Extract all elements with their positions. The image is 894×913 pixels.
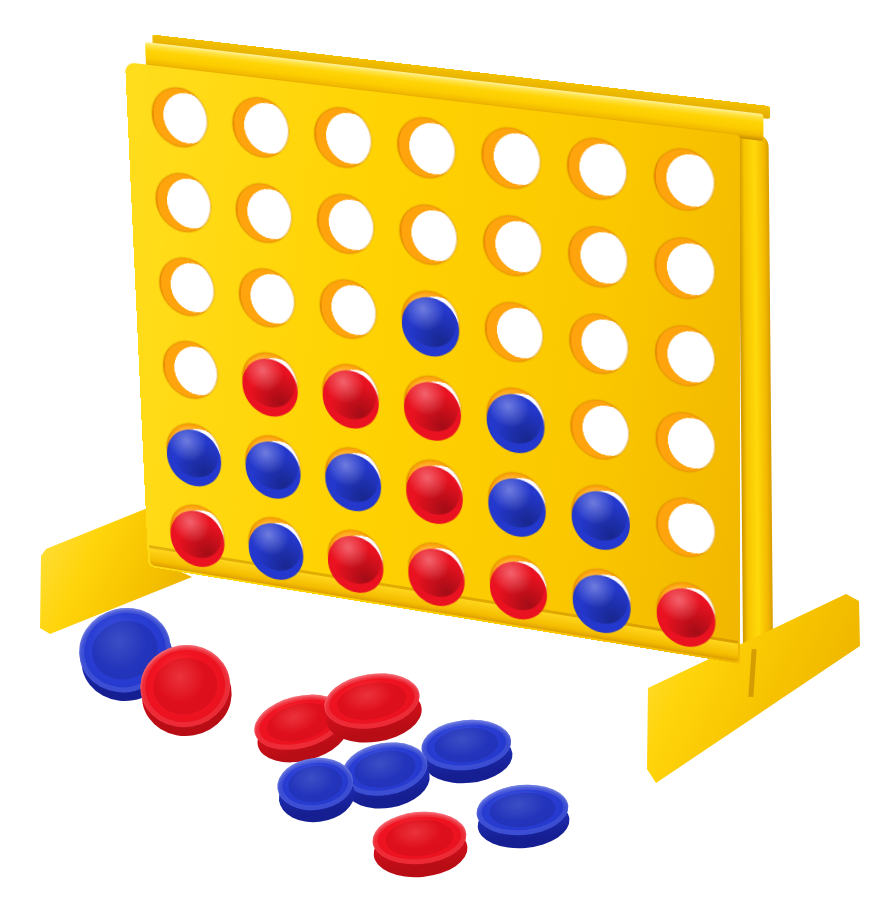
disc-inner-ring xyxy=(148,653,221,719)
hole xyxy=(162,337,219,402)
hole xyxy=(569,310,629,378)
loose-red-disc[interactable] xyxy=(370,808,469,881)
hole: ● xyxy=(657,578,716,645)
holes-grid: ●●●●●●●●●●●●●●●●●● xyxy=(138,70,729,661)
hole xyxy=(319,276,377,342)
loose-blue-disc[interactable] xyxy=(274,754,357,827)
cell-r6c3[interactable]: ● xyxy=(314,511,397,605)
cell-r3c1[interactable] xyxy=(145,240,228,335)
hole: ● xyxy=(488,468,546,535)
disc-inner-ring xyxy=(351,746,418,792)
disc-inner-ring xyxy=(286,763,345,805)
hole: ● xyxy=(489,551,547,617)
cell-r3c3[interactable] xyxy=(306,261,390,357)
cell-r6c5[interactable]: ● xyxy=(476,537,560,633)
hole xyxy=(654,234,715,303)
hole xyxy=(151,84,209,150)
loose-blue-disc[interactable] xyxy=(419,715,515,787)
cell-r2c1[interactable] xyxy=(142,155,225,250)
hole xyxy=(235,180,293,246)
cell-r6c2[interactable]: ● xyxy=(235,499,317,593)
hole xyxy=(656,494,715,562)
cell-r6c1[interactable]: ● xyxy=(157,486,238,579)
cell-r2c6[interactable] xyxy=(554,208,641,307)
cell-r6c6[interactable]: ● xyxy=(559,550,644,647)
disc-inner-ring xyxy=(432,725,500,766)
hole xyxy=(483,212,543,280)
hole: ● xyxy=(401,287,460,354)
hole: ● xyxy=(403,372,461,438)
cell-r1c1[interactable] xyxy=(138,70,222,166)
cell-r1c6[interactable] xyxy=(553,119,641,218)
cell-r1c5[interactable] xyxy=(468,109,555,208)
loose-red-disc[interactable] xyxy=(320,667,425,749)
hole: ● xyxy=(241,349,298,414)
hole xyxy=(316,191,375,258)
cell-r1c2[interactable] xyxy=(218,79,303,175)
hole xyxy=(313,104,372,171)
cell-r3c2[interactable] xyxy=(225,250,309,345)
hole: ● xyxy=(322,360,380,426)
cell-r2c5[interactable] xyxy=(469,197,555,295)
hole xyxy=(484,298,543,365)
hole xyxy=(654,145,715,214)
hole xyxy=(568,223,628,291)
hole: ● xyxy=(572,565,631,632)
connect-four-board: ●●●●●●●●●●●●●●●●●● xyxy=(125,62,740,664)
hole: ● xyxy=(571,481,630,548)
hole: ● xyxy=(327,526,384,591)
hole xyxy=(567,135,627,204)
hole: ● xyxy=(169,501,225,565)
cell-r4c7[interactable] xyxy=(642,393,729,491)
hole: ● xyxy=(405,456,463,522)
cell-r2c2[interactable] xyxy=(222,165,306,261)
cell-r6c7[interactable]: ● xyxy=(643,563,728,660)
cell-r2c7[interactable] xyxy=(641,219,729,319)
hole xyxy=(158,254,215,319)
hole xyxy=(399,201,458,268)
hole xyxy=(570,396,629,463)
cell-r3c5[interactable] xyxy=(471,283,557,380)
hole xyxy=(238,265,296,331)
disc-inner-ring xyxy=(488,790,557,830)
board-right-post xyxy=(739,134,774,702)
cell-r2c3[interactable] xyxy=(303,176,388,273)
cell-r3c4[interactable]: ● xyxy=(388,272,473,369)
disc-inner-ring xyxy=(384,817,454,858)
hole: ● xyxy=(486,384,545,451)
hole: ● xyxy=(166,420,223,485)
hole: ● xyxy=(408,539,466,605)
cell-r1c3[interactable] xyxy=(300,89,385,186)
hole: ● xyxy=(324,444,381,510)
cell-r3c6[interactable] xyxy=(556,295,642,393)
connect-four-scene: ●●●●●●●●●●●●●●●●●● xyxy=(0,0,894,913)
cell-r2c4[interactable] xyxy=(386,186,472,283)
hole xyxy=(655,322,715,390)
loose-red-disc[interactable] xyxy=(134,638,238,743)
hole: ● xyxy=(244,432,301,497)
disc-inner-ring xyxy=(335,678,409,725)
hole xyxy=(154,170,212,236)
cell-r1c7[interactable] xyxy=(640,130,728,230)
cell-r6c4[interactable]: ● xyxy=(395,524,478,619)
cell-r3c7[interactable] xyxy=(641,306,728,405)
cell-r1c4[interactable] xyxy=(383,99,469,197)
hole xyxy=(397,114,456,182)
hole: ● xyxy=(247,513,304,578)
loose-blue-disc[interactable] xyxy=(474,781,571,852)
hole xyxy=(231,94,289,161)
hole xyxy=(655,408,715,476)
hole xyxy=(481,124,541,192)
